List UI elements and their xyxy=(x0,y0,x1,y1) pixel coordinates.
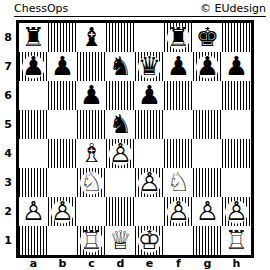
black-bishop: ♝ xyxy=(77,23,106,52)
black-rook: ♜ xyxy=(19,23,48,52)
square-f3[interactable]: ♘ xyxy=(164,168,193,197)
black-knight: ♞ xyxy=(106,52,135,81)
square-a4[interactable] xyxy=(19,139,48,168)
black-pawn: ♟ xyxy=(77,81,106,110)
square-e8[interactable] xyxy=(135,23,164,52)
square-f7[interactable]: ♟ xyxy=(164,52,193,81)
credit-text: © EUdesign xyxy=(200,3,266,15)
square-b4[interactable] xyxy=(48,139,77,168)
square-h3[interactable] xyxy=(222,168,251,197)
square-e6[interactable]: ♟ xyxy=(135,81,164,110)
square-e7[interactable]: ♛ xyxy=(135,52,164,81)
square-c7[interactable] xyxy=(77,52,106,81)
square-h1[interactable]: ♖ xyxy=(222,226,251,255)
square-e3[interactable]: ♙ xyxy=(135,168,164,197)
square-c8[interactable]: ♝ xyxy=(77,23,106,52)
square-a3[interactable] xyxy=(19,168,48,197)
square-h6[interactable] xyxy=(222,81,251,110)
square-a8[interactable]: ♜ xyxy=(19,23,48,52)
square-d8[interactable] xyxy=(106,23,135,52)
black-pawn: ♟ xyxy=(222,52,251,81)
square-g3[interactable] xyxy=(193,168,222,197)
square-d6[interactable] xyxy=(106,81,135,110)
square-h2[interactable]: ♙ xyxy=(222,197,251,226)
rank-label-7: 7 xyxy=(2,52,14,81)
square-c2[interactable] xyxy=(77,197,106,226)
file-label-c: c xyxy=(77,258,106,270)
square-a6[interactable] xyxy=(19,81,48,110)
square-g7[interactable]: ♟ xyxy=(193,52,222,81)
square-f8[interactable]: ♜ xyxy=(164,23,193,52)
square-b1[interactable] xyxy=(48,226,77,255)
black-queen: ♛ xyxy=(135,52,164,81)
square-e1[interactable]: ♔ xyxy=(135,226,164,255)
chess-diagram-window: ChessOps © EUdesign ♜♝♜♚♟♟♞♛♟♟♟♟♟♞♗♙♘♙♘♙… xyxy=(0,0,270,270)
white-pawn: ♙ xyxy=(106,139,135,168)
square-e2[interactable] xyxy=(135,197,164,226)
square-h8[interactable] xyxy=(222,23,251,52)
white-king: ♔ xyxy=(135,226,164,255)
square-e4[interactable] xyxy=(135,139,164,168)
file-label-b: b xyxy=(48,258,77,270)
square-g6[interactable] xyxy=(193,81,222,110)
square-d4[interactable]: ♙ xyxy=(106,139,135,168)
black-pawn: ♟ xyxy=(19,52,48,81)
square-b5[interactable] xyxy=(48,110,77,139)
rank-label-6: 6 xyxy=(2,81,14,110)
black-pawn: ♟ xyxy=(48,52,77,81)
square-c4[interactable]: ♗ xyxy=(77,139,106,168)
rank-label-2: 2 xyxy=(2,197,14,226)
black-pawn: ♟ xyxy=(135,81,164,110)
white-pawn: ♙ xyxy=(222,197,251,226)
chess-board: ♜♝♜♚♟♟♞♛♟♟♟♟♟♞♗♙♘♙♘♙♙♙♙♙♖♕♔♖ xyxy=(16,20,254,258)
file-label-f: f xyxy=(164,258,193,270)
square-d2[interactable] xyxy=(106,197,135,226)
square-b7[interactable]: ♟ xyxy=(48,52,77,81)
white-rook: ♖ xyxy=(77,226,106,255)
white-queen: ♕ xyxy=(106,226,135,255)
square-h4[interactable] xyxy=(222,139,251,168)
square-f4[interactable] xyxy=(164,139,193,168)
rank-label-1: 1 xyxy=(2,226,14,255)
black-pawn: ♟ xyxy=(193,52,222,81)
square-b2[interactable]: ♙ xyxy=(48,197,77,226)
square-a7[interactable]: ♟ xyxy=(19,52,48,81)
white-pawn: ♙ xyxy=(164,197,193,226)
square-c3[interactable]: ♘ xyxy=(77,168,106,197)
square-f1[interactable] xyxy=(164,226,193,255)
black-pawn: ♟ xyxy=(164,52,193,81)
rank-label-8: 8 xyxy=(2,23,14,52)
black-knight: ♞ xyxy=(106,110,135,139)
white-pawn: ♙ xyxy=(19,197,48,226)
file-label-d: d xyxy=(106,258,135,270)
title-bar: ChessOps © EUdesign xyxy=(14,1,266,17)
square-g2[interactable]: ♙ xyxy=(193,197,222,226)
rank-label-5: 5 xyxy=(2,110,14,139)
app-title: ChessOps xyxy=(14,3,68,15)
square-g1[interactable] xyxy=(193,226,222,255)
square-a5[interactable] xyxy=(19,110,48,139)
square-f2[interactable]: ♙ xyxy=(164,197,193,226)
square-a2[interactable]: ♙ xyxy=(19,197,48,226)
white-bishop: ♗ xyxy=(77,139,106,168)
square-f5[interactable] xyxy=(164,110,193,139)
rank-label-3: 3 xyxy=(2,168,14,197)
square-c6[interactable]: ♟ xyxy=(77,81,106,110)
square-b3[interactable] xyxy=(48,168,77,197)
square-h7[interactable]: ♟ xyxy=(222,52,251,81)
file-label-h: h xyxy=(222,258,251,270)
file-label-e: e xyxy=(135,258,164,270)
white-pawn: ♙ xyxy=(193,197,222,226)
black-rook: ♜ xyxy=(164,23,193,52)
square-e5[interactable] xyxy=(135,110,164,139)
white-pawn: ♙ xyxy=(48,197,77,226)
rank-label-4: 4 xyxy=(2,139,14,168)
square-h5[interactable] xyxy=(222,110,251,139)
square-c1[interactable]: ♖ xyxy=(77,226,106,255)
square-g5[interactable] xyxy=(193,110,222,139)
square-f6[interactable] xyxy=(164,81,193,110)
square-b6[interactable] xyxy=(48,81,77,110)
square-b8[interactable] xyxy=(48,23,77,52)
square-a1[interactable] xyxy=(19,226,48,255)
square-d5[interactable]: ♞ xyxy=(106,110,135,139)
white-knight: ♘ xyxy=(77,168,106,197)
square-c5[interactable] xyxy=(77,110,106,139)
square-d3[interactable] xyxy=(106,168,135,197)
square-d1[interactable]: ♕ xyxy=(106,226,135,255)
black-king: ♚ xyxy=(193,23,222,52)
white-pawn: ♙ xyxy=(135,168,164,197)
file-label-g: g xyxy=(193,258,222,270)
square-g4[interactable] xyxy=(193,139,222,168)
square-d7[interactable]: ♞ xyxy=(106,52,135,81)
square-g8[interactable]: ♚ xyxy=(193,23,222,52)
file-label-a: a xyxy=(19,258,48,270)
white-knight: ♘ xyxy=(164,168,193,197)
white-rook: ♖ xyxy=(222,226,251,255)
